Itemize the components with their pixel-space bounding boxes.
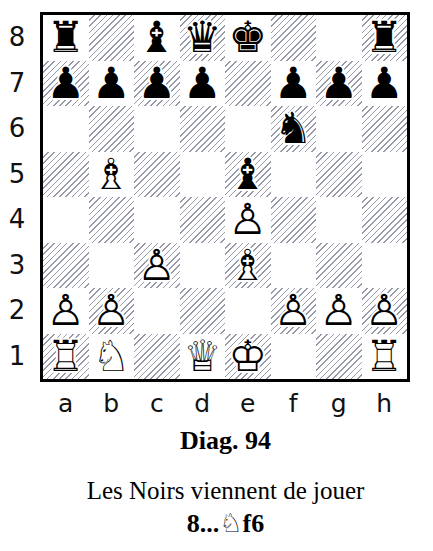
- white-pawn-g2-piece: ♟♙: [316, 288, 362, 334]
- square-e6: [225, 106, 271, 152]
- square-g6: [316, 106, 362, 152]
- black-pawn-f7-piece: ♟: [271, 61, 317, 107]
- square-a7: ♟: [43, 61, 89, 107]
- square-b3: [89, 243, 135, 289]
- square-a5: [43, 152, 89, 198]
- square-f4: [271, 197, 317, 243]
- square-c3: ♟♙: [134, 243, 180, 289]
- square-h8: ♜: [362, 15, 408, 61]
- square-f5: [271, 152, 317, 198]
- square-c2: [134, 288, 180, 334]
- square-f1: [271, 334, 317, 380]
- square-e7: [225, 61, 271, 107]
- black-king-e8-piece: ♚: [225, 15, 271, 61]
- square-h3: [362, 243, 408, 289]
- square-g8: [316, 15, 362, 61]
- rank-label-6: 6: [0, 106, 34, 152]
- square-e4: ♟♙: [225, 197, 271, 243]
- square-c4: [134, 197, 180, 243]
- square-h2: ♟♙: [362, 288, 408, 334]
- black-queen-d8-piece: ♛: [180, 15, 226, 61]
- white-pawn-h2-piece: ♟♙: [362, 288, 408, 334]
- square-f3: [271, 243, 317, 289]
- square-c7: ♟: [134, 61, 180, 107]
- rank-label-7: 7: [0, 61, 34, 107]
- square-g4: [316, 197, 362, 243]
- black-pawn-g7-piece: ♟: [316, 61, 362, 107]
- black-pawn-h7-piece: ♟: [362, 61, 408, 107]
- white-pawn-c3-piece: ♟♙: [134, 243, 180, 289]
- square-a6: [43, 106, 89, 152]
- square-h1: ♜♖: [362, 334, 408, 380]
- black-pawn-c7-piece: ♟: [134, 61, 180, 107]
- black-knight-f6-piece: ♞: [271, 106, 317, 152]
- square-d1: ♛♕: [180, 334, 226, 380]
- square-d7: ♟: [180, 61, 226, 107]
- black-pawn-d7-piece: ♟: [180, 61, 226, 107]
- square-e8: ♚: [225, 15, 271, 61]
- file-labels: abcdefgh: [43, 390, 407, 418]
- white-queen-d1-piece: ♛♕: [180, 334, 226, 380]
- square-c8: ♝: [134, 15, 180, 61]
- white-bishop-e3-piece: ♝♗: [225, 243, 271, 289]
- square-d3: [180, 243, 226, 289]
- square-b4: [89, 197, 135, 243]
- rank-label-4: 4: [0, 197, 34, 243]
- square-f6: ♞: [271, 106, 317, 152]
- white-rook-h1-piece: ♜♖: [362, 334, 408, 380]
- square-b8: [89, 15, 135, 61]
- rank-labels: 87654321: [0, 15, 34, 379]
- square-c5: [134, 152, 180, 198]
- black-pawn-a7-piece: ♟: [43, 61, 89, 107]
- rank-label-2: 2: [0, 288, 34, 334]
- chess-board: ♜♝♛♚♜♟♟♟♟♟♟♟♞♝♗♝♟♙♟♙♝♗♟♙♟♙♟♙♟♙♟♙♜♖♞♘♛♕♚♔…: [40, 12, 410, 382]
- square-h6: [362, 106, 408, 152]
- square-a3: [43, 243, 89, 289]
- square-c6: [134, 106, 180, 152]
- square-c1: [134, 334, 180, 380]
- square-e2: [225, 288, 271, 334]
- move-text: 8...♘f6: [40, 508, 411, 539]
- diagram-number: Diag. 94: [40, 427, 411, 456]
- white-rook-a1-piece: ♜♖: [43, 334, 89, 380]
- square-h4: [362, 197, 408, 243]
- file-label-a: a: [43, 390, 89, 418]
- square-e3: ♝♗: [225, 243, 271, 289]
- square-a8: ♜: [43, 15, 89, 61]
- square-g7: ♟: [316, 61, 362, 107]
- black-bishop-e5-piece: ♝: [225, 152, 271, 198]
- square-g1: [316, 334, 362, 380]
- white-king-e1-piece: ♚♔: [225, 334, 271, 380]
- file-label-e: e: [225, 390, 271, 418]
- diagram-page: 87654321 ♜♝♛♚♜♟♟♟♟♟♟♟♞♝♗♝♟♙♟♙♝♗♟♙♟♙♟♙♟♙♟…: [0, 0, 433, 551]
- black-rook-a8-piece: ♜: [43, 15, 89, 61]
- file-label-h: h: [362, 390, 408, 418]
- square-b1: ♞♘: [89, 334, 135, 380]
- square-b6: [89, 106, 135, 152]
- square-f8: [271, 15, 317, 61]
- square-b5: ♝♗: [89, 152, 135, 198]
- square-d5: [180, 152, 226, 198]
- square-f2: ♟♙: [271, 288, 317, 334]
- file-label-d: d: [180, 390, 226, 418]
- square-g5: [316, 152, 362, 198]
- square-h5: [362, 152, 408, 198]
- square-d4: [180, 197, 226, 243]
- black-rook-h8-piece: ♜: [362, 15, 408, 61]
- white-bishop-b5-piece: ♝♗: [89, 152, 135, 198]
- square-a4: [43, 197, 89, 243]
- square-e1: ♚♔: [225, 334, 271, 380]
- square-a1: ♜♖: [43, 334, 89, 380]
- black-bishop-c8-piece: ♝: [134, 15, 180, 61]
- file-label-g: g: [316, 390, 362, 418]
- square-h7: ♟: [362, 61, 408, 107]
- square-d6: [180, 106, 226, 152]
- black-pawn-b7-piece: ♟: [89, 61, 135, 107]
- file-label-f: f: [271, 390, 317, 418]
- file-label-b: b: [89, 390, 135, 418]
- rank-label-8: 8: [0, 15, 34, 61]
- square-e5: ♝: [225, 152, 271, 198]
- rank-label-1: 1: [0, 334, 34, 380]
- square-g3: [316, 243, 362, 289]
- white-pawn-f2-piece: ♟♙: [271, 288, 317, 334]
- square-f7: ♟: [271, 61, 317, 107]
- square-b7: ♟: [89, 61, 135, 107]
- rank-label-3: 3: [0, 243, 34, 289]
- caption: Diag. 94 Les Noirs viennent de jouer 8..…: [40, 427, 411, 540]
- square-d2: [180, 288, 226, 334]
- square-b2: ♟♙: [89, 288, 135, 334]
- white-pawn-a2-piece: ♟♙: [43, 288, 89, 334]
- rank-label-5: 5: [0, 152, 34, 198]
- white-pawn-b2-piece: ♟♙: [89, 288, 135, 334]
- file-label-c: c: [134, 390, 180, 418]
- white-pawn-e4-piece: ♟♙: [225, 197, 271, 243]
- square-g2: ♟♙: [316, 288, 362, 334]
- square-a2: ♟♙: [43, 288, 89, 334]
- white-knight-b1-piece: ♞♘: [89, 334, 135, 380]
- square-d8: ♛: [180, 15, 226, 61]
- caption-text: Les Noirs viennent de jouer: [40, 477, 411, 506]
